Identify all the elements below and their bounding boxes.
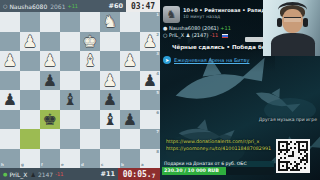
black-pawn-icon: ♟ [30,171,35,178]
square-d4[interactable] [80,71,100,91]
donationalerts-url[interactable]: https://www.donationalerts.com/r/pri_x [166,139,259,144]
streamer-torso [271,33,315,56]
square-c4[interactable]: ♟ [100,71,120,91]
square-h3[interactable]: ♟ [0,51,20,71]
file-label: f [41,163,43,167]
square-f7[interactable] [40,129,60,149]
square-a6[interactable]: 6 [140,110,160,130]
square-b6[interactable]: ♟ [120,110,140,130]
black-rating-delta: -11 [210,32,218,38]
white-player-text: Nausha6080 (2061) [169,25,219,31]
square-f4[interactable]: ♟ [40,71,60,91]
square-d1[interactable] [80,12,100,32]
square-b3[interactable]: ♟ [120,51,140,71]
square-c8[interactable]: c [100,149,120,169]
white-bullet-icon: ● [163,25,167,31]
white-player-line: ● Nausha6080 (2061) +11 [163,25,231,31]
white-bishop: ♝ [80,51,100,71]
square-a4[interactable]: ♟4 [140,71,160,91]
opponent-presence-icon: ○ [3,3,7,9]
rank-label: 5 [156,91,159,95]
qr-finder-topleft [278,141,288,151]
black-bullet-icon: ○ [163,32,167,38]
player-clock-tenths: 7 [152,172,156,180]
player-name: PriL_X [9,171,27,178]
square-g5[interactable] [20,90,40,110]
square-c1[interactable]: ♞ [100,12,120,32]
white-king: ♚ [80,32,100,52]
black-player-text: PriL_X ♟ (2147) [169,32,208,38]
square-f2[interactable] [40,32,60,52]
square-d8[interactable]: d [80,149,100,169]
white-knight: ♞ [100,12,120,32]
square-e4[interactable] [60,71,80,91]
top-game-number: #60 [109,2,127,10]
russia-flag-icon [222,34,228,38]
donation-goal-widget: Подарки на Донатах от 6 руб. ОБС 230.30 … [162,161,274,175]
qr-code [276,139,310,173]
square-e1[interactable] [60,12,80,32]
opponent-rating-delta: +11 [68,3,79,9]
stream-frame: ○ Nausha6080 2061 +11 #60 03:47 ♞1♟♚♟2♟♟… [0,0,320,180]
square-g1[interactable] [20,12,40,32]
white-pawn: ♟ [0,51,20,71]
square-c5[interactable]: ♟ [100,90,120,110]
square-f3[interactable]: ♟ [40,51,60,71]
opponent-name: Nausha6080 [9,3,47,10]
square-e7[interactable] [60,129,80,149]
square-b8[interactable]: b [120,149,140,169]
game-mode-label: 10+0 • Рейтинговая • Рапид [183,7,265,13]
square-f1[interactable] [40,12,60,32]
black-pawn: ♟ [120,110,140,130]
paper-plane-glyph: ➤ [165,57,169,63]
black-pawn: ♟ [40,71,60,91]
rank-label: 4 [156,72,159,76]
square-h8[interactable]: h [0,149,20,169]
rank-label: 7 [156,130,159,134]
square-d2[interactable]: ♚ [80,32,100,52]
square-h2[interactable] [0,32,20,52]
file-label: h [1,163,4,167]
video-panel: ♞ 10+0 • Рейтинговая • Рапид 10 минут на… [160,0,320,180]
square-e5[interactable]: ♝ [60,90,80,110]
square-h6[interactable] [0,110,20,130]
square-a5[interactable]: 5 [140,90,160,110]
square-d3[interactable]: ♝ [80,51,100,71]
file-label: b [121,163,124,167]
player-clock: 00:05. 7 [118,168,160,180]
music-note-text: Другая музыка при игре [259,117,317,122]
square-b5[interactable] [120,90,140,110]
square-e2[interactable] [60,32,80,52]
square-g2[interactable]: ♟ [20,32,40,52]
file-label: c [101,163,103,167]
glasses [284,17,301,22]
donation-progress-bar: 230.30 / 10 000 RUB [162,167,274,175]
webcam-view [263,0,320,56]
opponent-rating: 2061 [50,3,65,10]
bottom-game-number: #11 [101,170,119,178]
qr-finder-topright [298,141,308,151]
square-f6[interactable]: ♚ [40,110,60,130]
player-presence-icon: ● [3,171,7,177]
square-g3[interactable] [20,51,40,71]
file-label: g [21,163,24,167]
qr-finder-bottomleft [278,161,288,171]
black-pawn: ♟ [100,90,120,110]
avatar: ♞ [163,6,180,23]
yoomoney-url[interactable]: https://yoomoney.ru/to/4100118487082991 [166,146,271,151]
square-e8[interactable]: e [60,149,80,169]
square-c7[interactable] [100,129,120,149]
headphone-earcup-left [277,18,282,27]
square-h1[interactable] [0,12,20,32]
square-g6[interactable] [20,110,40,130]
square-c6[interactable]: ♝ [100,110,120,130]
white-pawn: ♟ [20,32,40,52]
square-b4[interactable] [120,71,140,91]
chess-board: ♞1♟♚♟2♟♟♝♟3♟♟♟4♟♝♟5♚♝♟67hgfedcb8a [0,12,160,168]
rank-label: 3 [156,52,159,56]
square-c3[interactable] [100,51,120,71]
black-player-line: ○ PriL_X ♟ (2147) -11 [163,32,228,38]
black-pawn: ♟ [0,90,20,110]
square-b7[interactable] [120,129,140,149]
square-f5[interactable] [40,90,60,110]
white-pawn: ♟ [100,71,120,91]
square-a3[interactable]: 3 [140,51,160,71]
square-f8[interactable]: f [40,149,60,169]
top-player-bar: ○ Nausha6080 2061 +11 #60 03:47 [0,0,160,12]
square-d6[interactable] [80,110,100,130]
square-h4[interactable] [0,71,20,91]
file-label: d [81,163,84,167]
square-a7[interactable]: 7 [140,129,160,149]
black-bishop: ♝ [60,90,80,110]
square-h5[interactable]: ♟ [0,90,20,110]
square-a1[interactable]: 1 [140,12,160,32]
rank-label: 6 [156,111,159,115]
square-g8[interactable]: g [20,149,40,169]
player-rating: 2147 [38,171,53,178]
file-label: e [61,163,64,167]
arena-link-row[interactable]: ➤ Ежедневная Арена на Битву [163,56,249,64]
white-rating-delta: +11 [220,25,231,31]
file-label: a [141,163,144,167]
opponent-clock: 03:47 [126,0,160,12]
knight-avatar-icon: ♞ [167,8,177,21]
square-e6[interactable] [60,110,80,130]
rank-label: 8 [156,150,159,154]
square-g7[interactable] [20,129,40,149]
square-d5[interactable] [80,90,100,110]
square-g4[interactable] [20,71,40,91]
player-rating-delta: -11 [55,171,63,177]
square-d7[interactable] [80,129,100,149]
headphone-earcup-right [303,18,308,27]
telegram-icon: ➤ [163,56,171,64]
white-pawn: ♟ [40,51,60,71]
square-b2[interactable] [120,32,140,52]
square-c2[interactable] [100,32,120,52]
white-pawn: ♟ [120,51,140,71]
square-e3[interactable] [60,51,80,71]
black-king: ♚ [40,110,60,130]
game-time-ago: 10 минут назад [183,14,220,19]
player-clock-main: 00:05. [123,170,152,179]
black-bishop: ♝ [100,110,120,130]
board-panel: ○ Nausha6080 2061 +11 #60 03:47 ♞1♟♚♟2♟♟… [0,0,160,180]
bottom-player-bar: ● PriL_X ♟ 2147 -11 #11 00:05. 7 [0,168,160,180]
rank-label: 2 [156,33,159,37]
rank-label: 1 [156,13,159,17]
square-b1[interactable] [120,12,140,32]
arena-link-text[interactable]: Ежедневная Арена на Битву [174,57,249,63]
square-a2[interactable]: ♟2 [140,32,160,52]
donation-progress-text: 230.30 / 10 000 RUB [164,167,219,175]
square-h7[interactable] [0,129,20,149]
square-a8[interactable]: 8a [140,149,160,169]
